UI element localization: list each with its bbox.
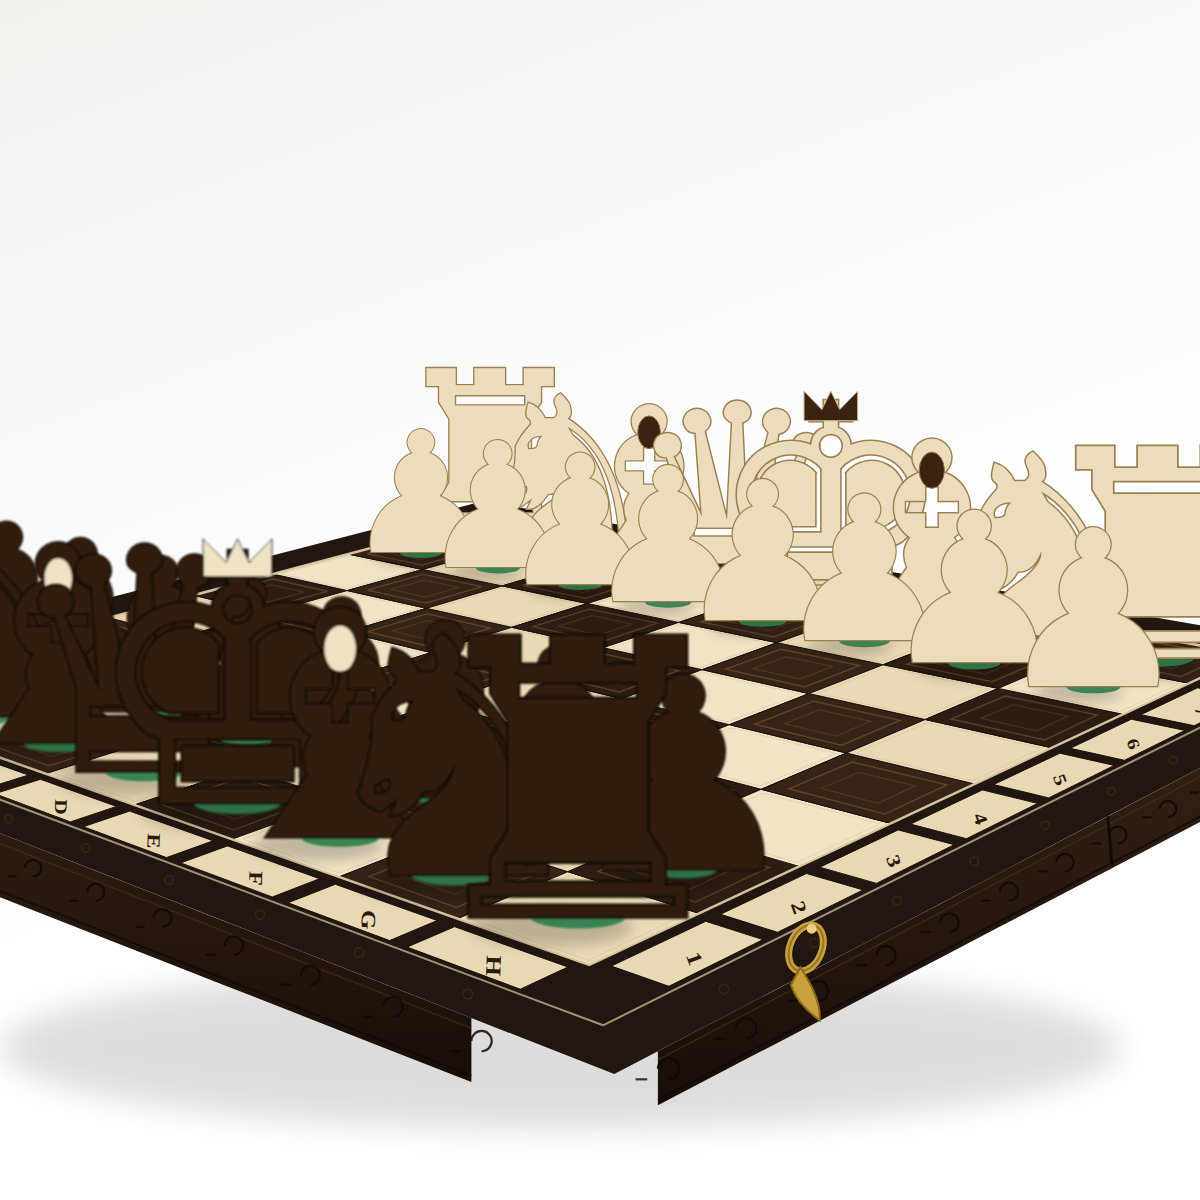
chess-set-photo: ABCDEFGH12345678♜♟♞♟♝♟♛♟♚♟♝♟♟♞♜♟♟♜♞♟♟♝♟♛… — [0, 0, 1200, 1200]
svg-text:♟: ♟ — [996, 484, 1191, 737]
svg-text:♜: ♜ — [406, 559, 750, 1007]
piece-black-rook-h1[interactable]: ♜ — [406, 559, 750, 1007]
chessboard: ABCDEFGH12345678♜♟♞♟♝♟♛♟♚♟♝♟♟♞♜♟♟♜♞♟♟♝♟♛… — [0, 0, 1200, 1200]
piece-white-pawn-h7[interactable]: ♟ — [996, 484, 1191, 737]
